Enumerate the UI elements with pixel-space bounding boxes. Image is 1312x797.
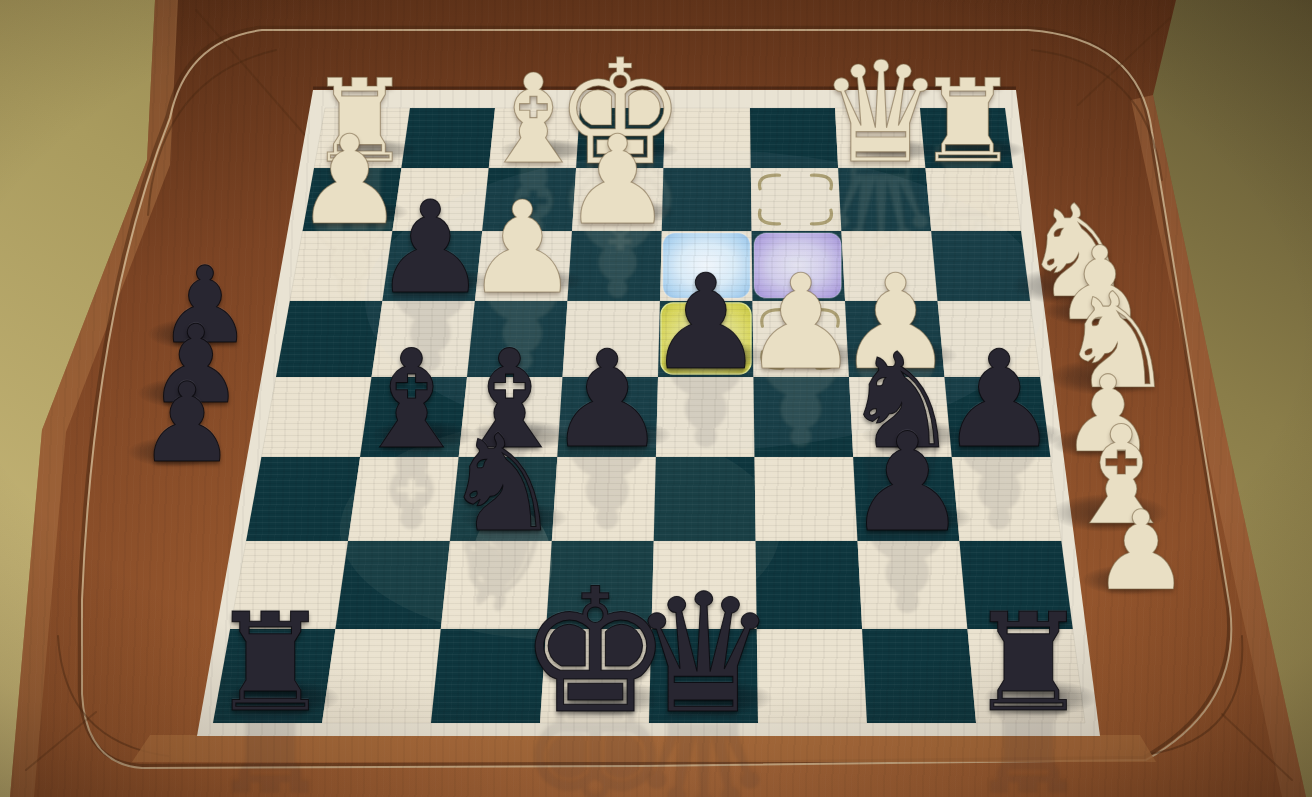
chess-titans-scene: ♜︎♜︎♛︎♛︎♚︎♚︎♝︎♝︎♜︎♜︎♟︎♟︎♟︎♟︎♟︎♟︎♟︎♟︎♟︎♟︎… (0, 0, 1312, 797)
captured-black-pawn-3: ♟︎ (138, 368, 237, 478)
piece-white-queen-b1[interactable]: ♛︎ (818, 44, 943, 183)
captured-white-pawn-6: ♟︎ (1092, 496, 1191, 606)
piece-black-rook-h8[interactable]: ♜︎ (210, 596, 331, 732)
piece-black-rook-a8[interactable]: ♜︎ (968, 596, 1089, 732)
piece-black-knight-f6[interactable]: ♞︎ (442, 417, 562, 551)
piece-black-pawn-b6[interactable]: ♟︎ (846, 415, 968, 551)
piece-black-king-e8[interactable]: ♚︎ (518, 567, 672, 739)
pieces-layer: ♜︎♜︎♛︎♛︎♚︎♚︎♝︎♝︎♜︎♜︎♟︎♟︎♟︎♟︎♟︎♟︎♟︎♟︎♟︎♟︎… (0, 0, 1312, 797)
piece-black-pawn-g3[interactable]: ♟︎ (373, 185, 487, 312)
